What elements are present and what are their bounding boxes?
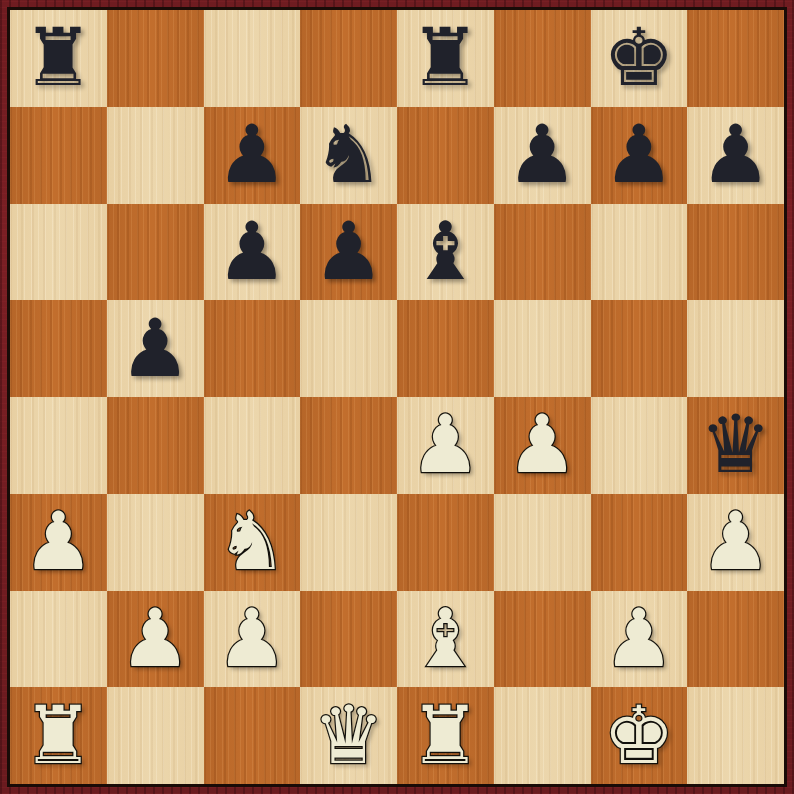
white-pawn: ♟: [506, 405, 578, 485]
square-a5[interactable]: [10, 300, 107, 397]
white-pawn: ♟: [119, 599, 191, 679]
black-pawn: ♟: [216, 115, 288, 195]
black-pawn: ♟: [700, 115, 772, 195]
white-rook: ♜: [23, 696, 95, 776]
square-e4[interactable]: ♟: [397, 397, 494, 494]
black-pawn: ♟: [506, 115, 578, 195]
square-b6[interactable]: [107, 204, 204, 301]
square-a1[interactable]: ♜: [10, 687, 107, 784]
square-e7[interactable]: [397, 107, 494, 204]
white-pawn: ♟: [700, 502, 772, 582]
square-b5[interactable]: ♟: [107, 300, 204, 397]
square-c8[interactable]: [204, 10, 301, 107]
square-h7[interactable]: ♟: [687, 107, 784, 204]
square-d5[interactable]: [300, 300, 397, 397]
square-f2[interactable]: [494, 591, 591, 688]
square-g8[interactable]: ♚: [591, 10, 688, 107]
square-b7[interactable]: [107, 107, 204, 204]
black-pawn: ♟: [119, 309, 191, 389]
black-pawn: ♟: [313, 212, 385, 292]
square-f3[interactable]: [494, 494, 591, 591]
square-h4[interactable]: ♛: [687, 397, 784, 494]
square-e2[interactable]: ♝: [397, 591, 494, 688]
white-pawn: ♟: [410, 405, 482, 485]
square-h2[interactable]: [687, 591, 784, 688]
square-a8[interactable]: ♜: [10, 10, 107, 107]
square-e8[interactable]: ♜: [397, 10, 494, 107]
square-e1[interactable]: ♜: [397, 687, 494, 784]
square-d7[interactable]: ♞: [300, 107, 397, 204]
square-c4[interactable]: [204, 397, 301, 494]
square-b1[interactable]: [107, 687, 204, 784]
white-bishop: ♝: [410, 599, 482, 679]
square-f6[interactable]: [494, 204, 591, 301]
square-e5[interactable]: [397, 300, 494, 397]
black-king: ♚: [603, 18, 675, 98]
square-c1[interactable]: [204, 687, 301, 784]
square-h8[interactable]: [687, 10, 784, 107]
square-f1[interactable]: [494, 687, 591, 784]
square-b8[interactable]: [107, 10, 204, 107]
black-knight: ♞: [313, 115, 385, 195]
square-g6[interactable]: [591, 204, 688, 301]
square-b2[interactable]: ♟: [107, 591, 204, 688]
square-a3[interactable]: ♟: [10, 494, 107, 591]
square-g4[interactable]: [591, 397, 688, 494]
square-h1[interactable]: [687, 687, 784, 784]
white-pawn: ♟: [603, 599, 675, 679]
square-c2[interactable]: ♟: [204, 591, 301, 688]
square-a2[interactable]: [10, 591, 107, 688]
square-g7[interactable]: ♟: [591, 107, 688, 204]
square-d6[interactable]: ♟: [300, 204, 397, 301]
square-e6[interactable]: ♝: [397, 204, 494, 301]
square-f4[interactable]: ♟: [494, 397, 591, 494]
white-knight: ♞: [216, 502, 288, 582]
square-a7[interactable]: [10, 107, 107, 204]
square-h5[interactable]: [687, 300, 784, 397]
square-g3[interactable]: [591, 494, 688, 591]
square-b3[interactable]: [107, 494, 204, 591]
square-d4[interactable]: [300, 397, 397, 494]
white-queen: ♛: [313, 696, 385, 776]
white-pawn: ♟: [216, 599, 288, 679]
black-rook: ♜: [410, 18, 482, 98]
square-f5[interactable]: [494, 300, 591, 397]
square-c6[interactable]: ♟: [204, 204, 301, 301]
black-pawn: ♟: [603, 115, 675, 195]
square-d2[interactable]: [300, 591, 397, 688]
square-e3[interactable]: [397, 494, 494, 591]
black-bishop: ♝: [410, 212, 482, 292]
white-king: ♚: [603, 696, 675, 776]
square-g2[interactable]: ♟: [591, 591, 688, 688]
square-g5[interactable]: [591, 300, 688, 397]
square-h3[interactable]: ♟: [687, 494, 784, 591]
square-d1[interactable]: ♛: [300, 687, 397, 784]
square-c7[interactable]: ♟: [204, 107, 301, 204]
square-g1[interactable]: ♚: [591, 687, 688, 784]
square-b4[interactable]: [107, 397, 204, 494]
square-d8[interactable]: [300, 10, 397, 107]
white-pawn: ♟: [23, 502, 95, 582]
square-f8[interactable]: [494, 10, 591, 107]
square-a6[interactable]: [10, 204, 107, 301]
black-rook: ♜: [23, 18, 95, 98]
square-c3[interactable]: ♞: [204, 494, 301, 591]
square-a4[interactable]: [10, 397, 107, 494]
board-frame: ♜♜♚♟♞♟♟♟♟♟♝♟♟♟♛♟♞♟♟♟♝♟♜♛♜♚: [0, 0, 794, 794]
square-c5[interactable]: [204, 300, 301, 397]
square-d3[interactable]: [300, 494, 397, 591]
chess-board: ♜♜♚♟♞♟♟♟♟♟♝♟♟♟♛♟♞♟♟♟♝♟♜♛♜♚: [7, 7, 787, 787]
black-pawn: ♟: [216, 212, 288, 292]
square-h6[interactable]: [687, 204, 784, 301]
square-f7[interactable]: ♟: [494, 107, 591, 204]
black-queen: ♛: [700, 405, 772, 485]
white-rook: ♜: [410, 696, 482, 776]
